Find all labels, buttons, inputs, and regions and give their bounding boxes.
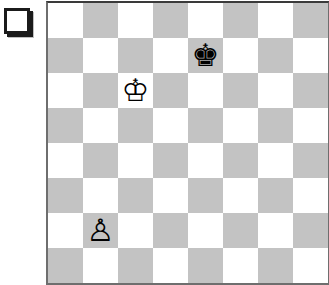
white-king[interactable]: ♔ <box>122 73 150 108</box>
square-d7[interactable] <box>153 38 188 73</box>
square-c1[interactable] <box>118 248 153 283</box>
square-h5[interactable] <box>293 108 328 143</box>
square-f4[interactable] <box>223 143 258 178</box>
square-a6[interactable] <box>48 73 83 108</box>
square-c2[interactable] <box>118 213 153 248</box>
square-f3[interactable] <box>223 178 258 213</box>
square-c6[interactable]: ♔ <box>118 73 153 108</box>
square-a7[interactable] <box>48 38 83 73</box>
square-f7[interactable] <box>223 38 258 73</box>
square-g5[interactable] <box>258 108 293 143</box>
square-c4[interactable] <box>118 143 153 178</box>
square-d1[interactable] <box>153 248 188 283</box>
square-e4[interactable] <box>188 143 223 178</box>
square-h8[interactable] <box>293 3 328 38</box>
square-c3[interactable] <box>118 178 153 213</box>
square-a4[interactable] <box>48 143 83 178</box>
chess-board: ♚♔♙ <box>46 1 329 285</box>
square-f1[interactable] <box>223 248 258 283</box>
square-d2[interactable] <box>153 213 188 248</box>
square-e8[interactable] <box>188 3 223 38</box>
square-b2[interactable]: ♙ <box>83 213 118 248</box>
white-pawn[interactable]: ♙ <box>87 213 115 248</box>
square-b7[interactable] <box>83 38 118 73</box>
square-g2[interactable] <box>258 213 293 248</box>
square-a8[interactable] <box>48 3 83 38</box>
square-b3[interactable] <box>83 178 118 213</box>
square-a1[interactable] <box>48 248 83 283</box>
square-f6[interactable] <box>223 73 258 108</box>
square-g1[interactable] <box>258 248 293 283</box>
square-d3[interactable] <box>153 178 188 213</box>
square-e6[interactable] <box>188 73 223 108</box>
chess-diagram: ♚♔♙ <box>0 0 329 285</box>
square-g3[interactable] <box>258 178 293 213</box>
square-a3[interactable] <box>48 178 83 213</box>
square-h4[interactable] <box>293 143 328 178</box>
square-b1[interactable] <box>83 248 118 283</box>
square-a5[interactable] <box>48 108 83 143</box>
black-king[interactable]: ♚ <box>192 38 220 73</box>
square-c8[interactable] <box>118 3 153 38</box>
square-f5[interactable] <box>223 108 258 143</box>
square-d8[interactable] <box>153 3 188 38</box>
square-e7[interactable]: ♚ <box>188 38 223 73</box>
square-c7[interactable] <box>118 38 153 73</box>
square-g6[interactable] <box>258 73 293 108</box>
square-e5[interactable] <box>188 108 223 143</box>
square-e3[interactable] <box>188 178 223 213</box>
square-b4[interactable] <box>83 143 118 178</box>
square-h1[interactable] <box>293 248 328 283</box>
square-g7[interactable] <box>258 38 293 73</box>
square-g4[interactable] <box>258 143 293 178</box>
square-e1[interactable] <box>188 248 223 283</box>
square-f8[interactable] <box>223 3 258 38</box>
square-h7[interactable] <box>293 38 328 73</box>
square-d6[interactable] <box>153 73 188 108</box>
square-g8[interactable] <box>258 3 293 38</box>
square-a2[interactable] <box>48 213 83 248</box>
square-d5[interactable] <box>153 108 188 143</box>
square-f2[interactable] <box>223 213 258 248</box>
square-e2[interactable] <box>188 213 223 248</box>
square-h3[interactable] <box>293 178 328 213</box>
square-b5[interactable] <box>83 108 118 143</box>
square-b8[interactable] <box>83 3 118 38</box>
square-b6[interactable] <box>83 73 118 108</box>
square-d4[interactable] <box>153 143 188 178</box>
square-h2[interactable] <box>293 213 328 248</box>
square-h6[interactable] <box>293 73 328 108</box>
white-to-move-indicator <box>4 8 30 34</box>
square-c5[interactable] <box>118 108 153 143</box>
